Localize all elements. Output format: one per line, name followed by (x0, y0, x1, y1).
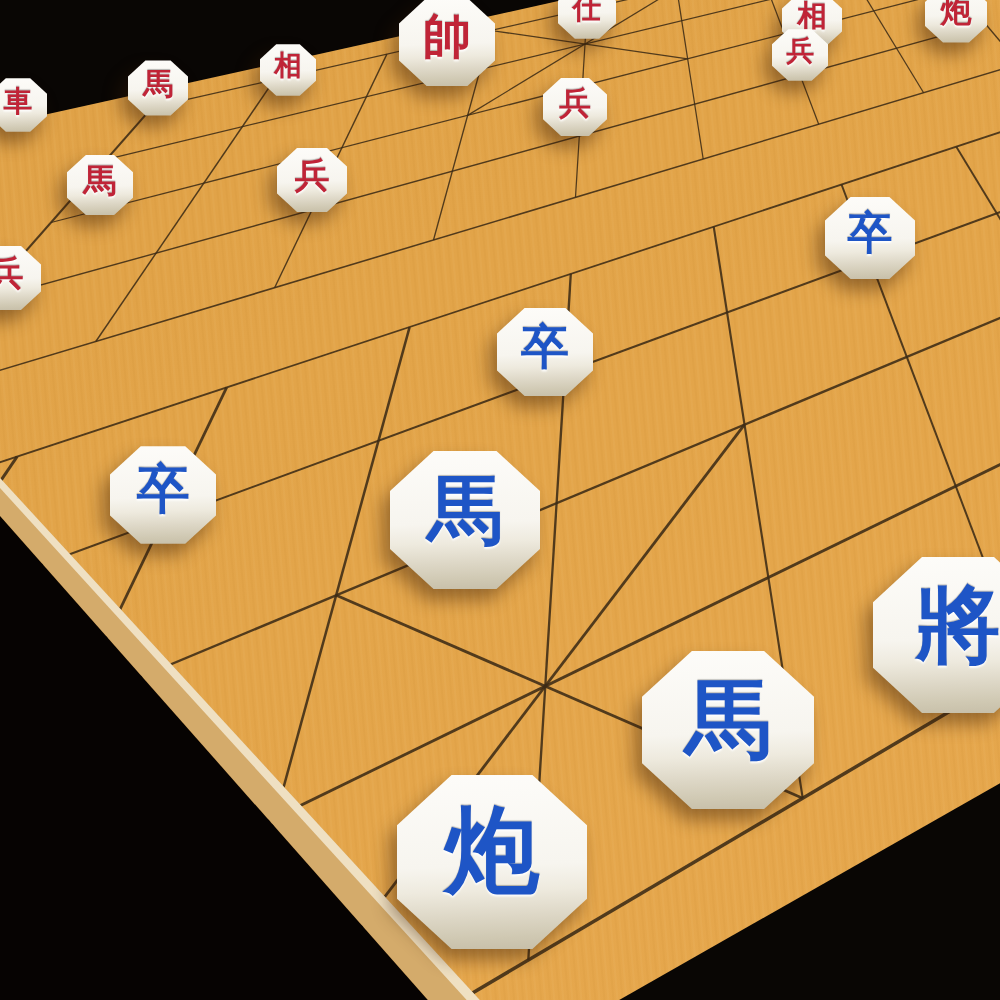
piece-character: 馬 (143, 69, 173, 99)
piece-character: 將 (916, 582, 1000, 667)
piece-character: 馬 (84, 164, 117, 197)
piece-character: 炮 (445, 803, 540, 898)
piece-character: 兵 (295, 158, 330, 193)
piece-red-general[interactable]: 帥 (399, 0, 495, 86)
piece-red-horse[interactable]: 馬 (67, 155, 133, 216)
piece-character: 炮 (941, 0, 972, 26)
piece-blue-soldier[interactable]: 卒 (497, 308, 593, 396)
piece-character: 帥 (423, 12, 471, 60)
piece-character: 仕 (573, 0, 602, 23)
piece-character: 車 (4, 87, 33, 116)
piece-red-advisor[interactable]: 仕 (558, 0, 616, 39)
piece-red-soldier[interactable]: 兵 (277, 148, 347, 212)
piece-red-soldier[interactable]: 兵 (772, 29, 828, 81)
piece-red-elephant[interactable]: 相 (260, 44, 316, 96)
piece-character: 馬 (685, 676, 771, 762)
xiangqi-photo-scene: 車馬相帥仕相炮馬兵兵兵兵卒卒卒馬馬炮將 (0, 0, 1000, 1000)
piece-red-horse[interactable]: 馬 (128, 60, 188, 115)
piece-character: 馬 (428, 473, 503, 548)
piece-red-soldier[interactable]: 兵 (0, 246, 41, 310)
piece-blue-horse[interactable]: 馬 (642, 651, 814, 809)
piece-red-cannon[interactable]: 炮 (925, 0, 987, 43)
piece-character: 兵 (0, 256, 24, 291)
piece-character: 卒 (848, 210, 893, 255)
piece-character: 兵 (786, 37, 814, 65)
piece-character: 兵 (559, 87, 591, 119)
piece-character: 卒 (521, 322, 569, 370)
piece-red-soldier[interactable]: 兵 (543, 78, 607, 137)
piece-character: 相 (274, 52, 302, 80)
piece-blue-soldier[interactable]: 卒 (825, 197, 915, 280)
piece-blue-general[interactable]: 將 (873, 557, 1000, 713)
piece-character: 卒 (137, 462, 190, 515)
piece-blue-horse[interactable]: 馬 (390, 451, 540, 589)
piece-blue-cannon[interactable]: 炮 (397, 775, 587, 950)
piece-blue-soldier[interactable]: 卒 (110, 446, 216, 544)
piece-character: 相 (797, 1, 827, 31)
piece-red-chariot[interactable]: 車 (0, 78, 47, 131)
